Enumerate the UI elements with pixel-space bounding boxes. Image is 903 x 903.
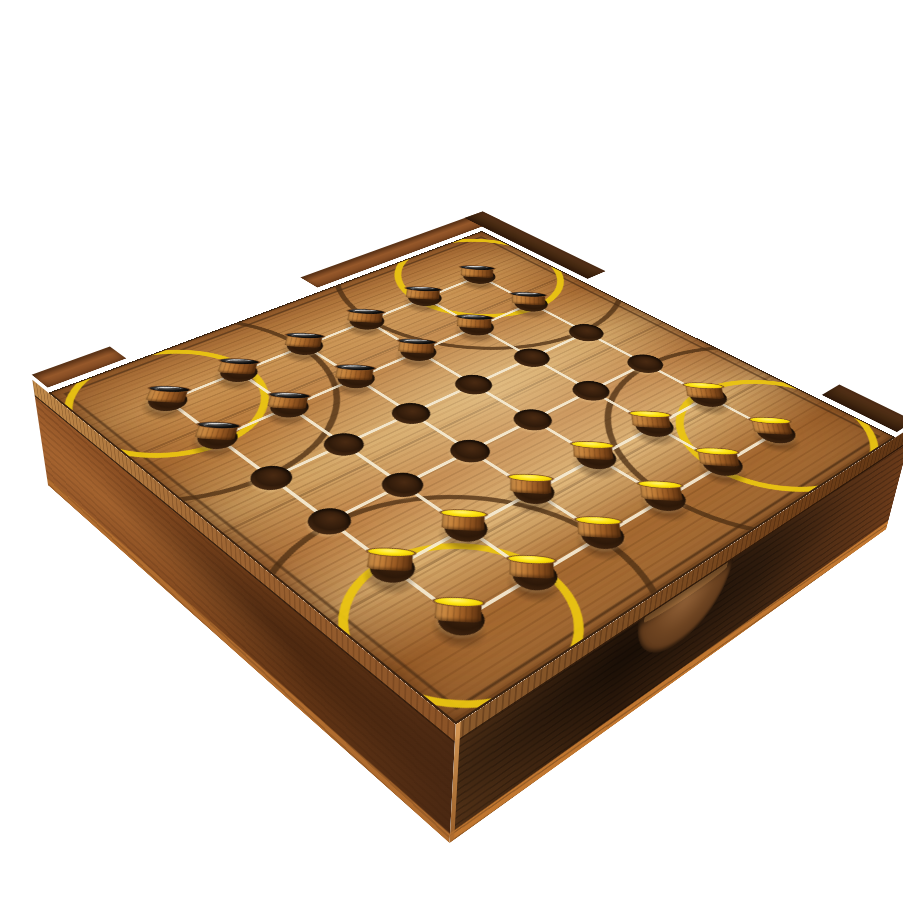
black-peg[interactable] xyxy=(458,264,496,278)
black-peg[interactable] xyxy=(395,338,437,354)
black-peg[interactable] xyxy=(344,308,386,323)
board-painted-decor xyxy=(51,232,893,722)
product-photo-scene xyxy=(0,0,903,903)
yellow-peg[interactable] xyxy=(682,382,727,400)
black-peg[interactable] xyxy=(454,314,494,329)
black-peg[interactable] xyxy=(403,286,443,300)
edge-groove xyxy=(65,237,878,708)
board-surface xyxy=(48,231,895,724)
black-peg[interactable] xyxy=(509,291,547,306)
corner-loops xyxy=(51,232,893,722)
black-peg[interactable] xyxy=(214,357,261,374)
black-peg[interactable] xyxy=(332,363,377,380)
black-peg[interactable] xyxy=(282,332,326,348)
